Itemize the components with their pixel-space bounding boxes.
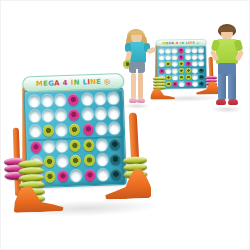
girl-fringe (130, 30, 143, 35)
empty-hole[interactable] (56, 124, 67, 136)
title-letter: E (193, 41, 196, 45)
disc-green[interactable] (185, 68, 191, 73)
disc-green[interactable] (44, 155, 55, 167)
empty-hole[interactable] (108, 107, 119, 119)
empty-hole[interactable] (172, 55, 178, 60)
disc-green[interactable] (179, 68, 185, 73)
disc-teal[interactable] (199, 68, 205, 73)
title-letter: 4 (176, 41, 179, 45)
disc-green[interactable] (70, 139, 81, 151)
title-letter: E (96, 77, 101, 85)
empty-hole[interactable] (198, 61, 204, 66)
disc-green[interactable] (179, 61, 185, 66)
boy-jean-leg-left (218, 74, 226, 100)
empty-hole[interactable] (109, 122, 120, 134)
title-word-4: LINE (83, 78, 102, 86)
disc-green[interactable] (45, 171, 56, 183)
empty-hole[interactable] (43, 140, 54, 152)
empty-hole[interactable] (198, 47, 204, 52)
title-word-2: 4 (176, 42, 179, 45)
back-board-title-band: MEGA4INLINE◎ (155, 39, 206, 47)
empty-hole[interactable] (55, 94, 66, 106)
cell-r2c7[interactable] (107, 105, 121, 121)
boy-shoe-right (228, 99, 238, 105)
cell-r2c6[interactable] (94, 106, 108, 122)
cell-r6c4[interactable] (70, 168, 84, 184)
empty-hole[interactable] (71, 170, 82, 182)
girl-shadow (123, 103, 151, 109)
disc-pink[interactable] (84, 169, 95, 181)
cell-r6c7[interactable] (198, 80, 205, 87)
cell-r3c6[interactable] (94, 121, 108, 137)
empty-hole[interactable] (42, 109, 53, 121)
title-word-5: ◎ (197, 41, 200, 44)
disc-green[interactable] (83, 154, 94, 166)
title-letter: ◎ (104, 77, 111, 85)
disc-green[interactable] (69, 124, 80, 136)
empty-hole[interactable] (57, 140, 68, 152)
empty-hole[interactable] (192, 68, 198, 73)
boy-shoe-left (216, 99, 226, 105)
empty-hole[interactable] (172, 48, 178, 53)
boy-jean-leg-right (228, 74, 236, 100)
cell-r2c2[interactable] (41, 108, 55, 124)
empty-hole[interactable] (94, 92, 105, 104)
cell-r5c3[interactable] (56, 153, 70, 169)
disc-pink[interactable] (179, 54, 185, 59)
title-word-1: MEGA (36, 80, 60, 88)
cell-r6c7[interactable] (109, 167, 123, 183)
disc-pink[interactable] (82, 123, 93, 135)
disc-pink[interactable] (178, 48, 184, 53)
empty-hole[interactable] (159, 61, 165, 66)
empty-hole[interactable] (166, 68, 172, 73)
disc-pink[interactable] (159, 68, 165, 73)
disc-green[interactable] (186, 75, 192, 80)
empty-hole[interactable] (192, 61, 198, 66)
empty-hole[interactable] (30, 125, 41, 137)
disc-pink[interactable] (173, 81, 179, 86)
title-letter: A (171, 41, 174, 45)
title-word-3: IN (71, 79, 80, 86)
empty-hole[interactable] (172, 75, 178, 80)
empty-hole[interactable] (192, 47, 198, 52)
disc-pink[interactable] (185, 61, 191, 66)
empty-hole[interactable] (29, 110, 40, 122)
cell-r5c2[interactable] (43, 154, 57, 170)
disc-green[interactable] (70, 155, 81, 167)
disc-pink[interactable] (30, 141, 41, 153)
empty-hole[interactable] (81, 93, 92, 105)
cell-r6c5[interactable] (83, 168, 97, 184)
empty-hole[interactable] (172, 61, 178, 66)
title-letter: ◎ (196, 41, 199, 45)
cell-r3c7[interactable] (107, 121, 121, 137)
title-word-4: LINE (186, 41, 195, 44)
cell-r1c2[interactable] (41, 92, 55, 108)
title-word-3: IN (180, 41, 184, 44)
cell-r5c5[interactable] (82, 152, 96, 168)
disc-teal[interactable] (199, 74, 205, 79)
title-letter: N (181, 41, 184, 45)
girl-figure (121, 27, 155, 109)
empty-hole[interactable] (42, 94, 53, 106)
empty-hole[interactable] (165, 48, 171, 53)
cell-r1c1[interactable] (28, 93, 42, 109)
disc-green[interactable] (166, 61, 172, 66)
empty-hole[interactable] (95, 123, 106, 135)
empty-hole[interactable] (82, 108, 93, 120)
disc-teal[interactable] (199, 81, 205, 86)
empty-hole[interactable] (57, 155, 68, 167)
girl-shoe-left (129, 98, 137, 103)
cell-r3c4[interactable] (68, 122, 82, 138)
product-photo-scene: MEGA4INLINE◎MEGA4INLINE◎ (0, 0, 250, 250)
boy-shadow (211, 106, 243, 113)
title-word-5: ◎ (104, 78, 111, 85)
girl-leg-left (131, 73, 136, 99)
cell-r1c3[interactable] (54, 92, 68, 108)
empty-hole[interactable] (96, 138, 107, 150)
disc-pink[interactable] (186, 81, 192, 86)
title-word-2: 4 (63, 79, 68, 86)
girl-shorts-split (136, 69, 138, 73)
cell-r6c6[interactable] (96, 167, 110, 183)
empty-hole[interactable] (165, 55, 171, 60)
empty-hole[interactable] (29, 95, 40, 107)
cell-r3c2[interactable] (42, 123, 56, 139)
disc-pink[interactable] (69, 109, 80, 121)
cell-r1c5[interactable] (80, 91, 94, 107)
cell-r2c4[interactable] (68, 107, 82, 123)
girl-leg-right (138, 73, 143, 99)
empty-hole[interactable] (179, 81, 185, 86)
empty-hole[interactable] (97, 169, 108, 181)
girl-shoe-right (137, 98, 145, 103)
empty-hole[interactable] (108, 92, 119, 104)
empty-hole[interactable] (159, 48, 165, 53)
empty-hole[interactable] (56, 109, 67, 121)
cell-r2c3[interactable] (54, 107, 68, 123)
empty-hole[interactable] (192, 74, 198, 79)
title-letter: N (73, 78, 79, 86)
cell-r2c5[interactable] (81, 106, 95, 122)
cell-r3c3[interactable] (55, 123, 69, 139)
empty-hole[interactable] (97, 154, 108, 166)
disc-teal[interactable] (110, 153, 121, 165)
cell-r6c2[interactable] (43, 169, 57, 185)
disc-green[interactable] (83, 139, 94, 151)
cell-r5c7[interactable] (109, 151, 123, 167)
boy-figure (207, 24, 247, 114)
disc-pink[interactable] (68, 93, 79, 105)
disc-teal[interactable] (109, 138, 120, 150)
title-letter: A (54, 79, 60, 87)
cell-r1c7[interactable] (106, 90, 120, 106)
cell-r3c5[interactable] (81, 122, 95, 138)
empty-hole[interactable] (159, 55, 165, 60)
empty-hole[interactable] (192, 81, 198, 86)
empty-hole[interactable] (185, 48, 191, 53)
disc-green[interactable] (166, 75, 172, 80)
disc-green[interactable] (166, 82, 172, 87)
boy-fringe (219, 26, 235, 32)
cell-r2c1[interactable] (28, 108, 42, 124)
cell-r5c4[interactable] (69, 153, 83, 169)
cell-r3c1[interactable] (29, 124, 43, 140)
empty-hole[interactable] (198, 54, 204, 59)
empty-hole[interactable] (192, 54, 198, 59)
disc-green[interactable] (43, 125, 54, 137)
title-letter: 4 (63, 78, 68, 86)
disc-green[interactable] (179, 75, 185, 80)
empty-hole[interactable] (185, 54, 191, 59)
cell-r1c6[interactable] (93, 91, 107, 107)
cell-r5c6[interactable] (95, 152, 109, 168)
empty-hole[interactable] (172, 68, 178, 73)
cell-r6c3[interactable] (57, 169, 71, 185)
disc-pink[interactable] (58, 170, 69, 182)
title-word-1: MEGA (162, 42, 174, 45)
cell-r1c4[interactable] (67, 92, 81, 108)
disc-teal[interactable] (110, 168, 121, 180)
empty-hole[interactable] (95, 108, 106, 120)
